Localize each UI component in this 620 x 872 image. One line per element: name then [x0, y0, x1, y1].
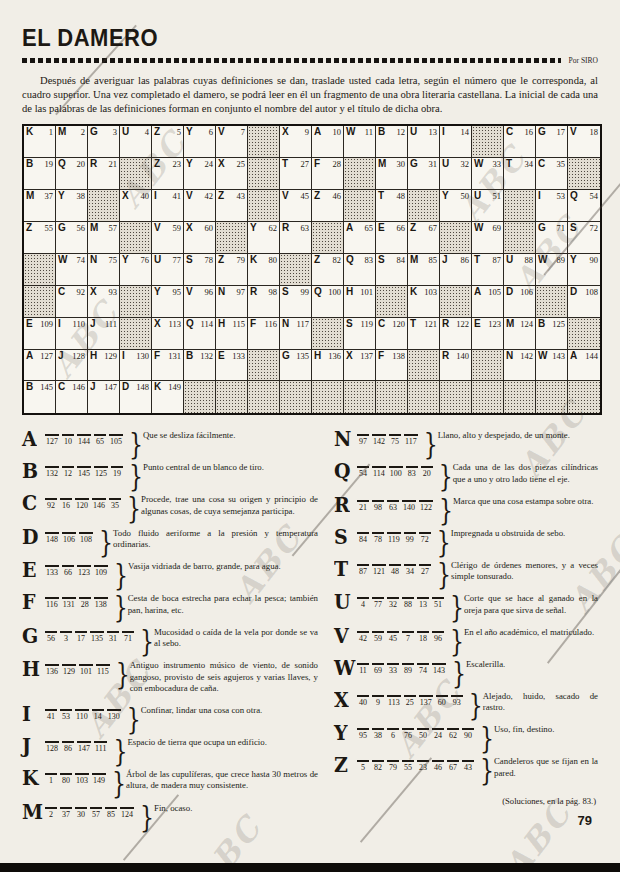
definitions: A1271014465105}Que se desliza fácilmente…	[22, 428, 598, 832]
answer-blank[interactable]: 9	[372, 695, 384, 707]
grid-cell-Y95[interactable]: Y95	[152, 286, 184, 318]
grid-cell-H136[interactable]: H136	[312, 350, 344, 382]
grid-cell-Z23[interactable]: Z23	[152, 158, 184, 190]
answer-blank[interactable]: 67	[447, 760, 459, 772]
grid-cell-V7[interactable]: V7	[216, 126, 248, 158]
cell-letter: X	[90, 287, 97, 297]
answer-blank[interactable]: 66	[62, 565, 74, 577]
grid-cell-C146[interactable]: C146	[56, 381, 88, 413]
grid-cell-M85[interactable]: M85	[408, 254, 440, 286]
answer-blank[interactable]: 103	[75, 773, 89, 785]
grid-cell-E133[interactable]: E133	[216, 350, 248, 382]
answer-blank[interactable]: 121	[372, 564, 386, 576]
grid-cell-T27[interactable]: T27	[280, 158, 312, 190]
answer-blank[interactable]: 111	[94, 741, 107, 753]
cell-letter: T	[474, 255, 480, 265]
grid-cell-A105[interactable]: A105	[472, 286, 504, 318]
grid-cell-T87[interactable]: T87	[472, 254, 504, 286]
answer-blank[interactable]: 21	[357, 500, 369, 512]
answer-blank[interactable]: 123	[77, 565, 91, 577]
answer-blank[interactable]: 110	[75, 709, 89, 721]
grid-cell-H115[interactable]: H115	[216, 318, 248, 350]
grid-block-cell	[440, 286, 472, 318]
answer-blank[interactable]: 131	[62, 597, 76, 609]
answer-blank[interactable]: 117	[404, 434, 418, 446]
grid-cell-K149[interactable]: K149	[152, 381, 184, 413]
definition-blanks: 47732881351	[357, 591, 447, 611]
answer-blank[interactable]: 27	[419, 564, 431, 576]
answer-blank[interactable]: 56	[45, 631, 57, 643]
grid-cell-N117[interactable]: N117	[280, 318, 312, 350]
grid-cell-X25[interactable]: X25	[216, 158, 248, 190]
grid-cell-U77[interactable]: U77	[152, 254, 184, 286]
grid-cell-T121[interactable]: T121	[408, 318, 440, 350]
cell-number: 55	[45, 224, 54, 233]
grid-cell-Z79[interactable]: Z79	[216, 254, 248, 286]
answer-blank[interactable]: 132	[45, 466, 59, 478]
answer-blank[interactable]: 37	[60, 807, 72, 819]
cell-letter: X	[346, 351, 353, 361]
cell-number: 6	[209, 128, 213, 137]
answer-blank[interactable]: 80	[60, 773, 72, 785]
grid-cell-M57[interactable]: M57	[88, 222, 120, 254]
answer-blank[interactable]: 124	[120, 807, 134, 819]
grid-cell-U51[interactable]: U51	[472, 190, 504, 222]
answer-blank[interactable]: 85	[105, 807, 117, 819]
cell-number: 106	[520, 288, 533, 297]
answer-blank[interactable]: 12	[62, 466, 74, 478]
grid-cell-J111[interactable]: J111	[88, 318, 120, 350]
cell-letter: E	[26, 319, 33, 329]
cell-letter: H	[218, 319, 225, 329]
grid-cell-X60[interactable]: X60	[184, 222, 216, 254]
grid-block-cell	[312, 222, 344, 254]
grid-cell-F116[interactable]: F116	[248, 318, 280, 350]
answer-blank[interactable]: 10	[62, 434, 74, 446]
grid-cell-W69[interactable]: W69	[472, 222, 504, 254]
grid-cell-D106[interactable]: D106	[504, 286, 536, 318]
grid-cell-F28[interactable]: F28	[312, 158, 344, 190]
answer-blank[interactable]: 35	[109, 498, 121, 510]
answer-blank[interactable]: 57	[90, 807, 102, 819]
cell-number: 145	[40, 383, 53, 392]
answer-blank[interactable]: 109	[94, 565, 108, 577]
answer-blank[interactable]: 135	[90, 631, 104, 643]
grid-block-cell	[440, 222, 472, 254]
grid-block-cell	[408, 190, 440, 222]
cell-letter: M	[506, 319, 514, 329]
answer-blank[interactable]: 147	[77, 741, 91, 753]
answer-blank[interactable]: 28	[79, 597, 91, 609]
cell-letter: U	[506, 255, 513, 265]
answer-blank[interactable]: 97	[357, 434, 369, 446]
grid-cell-X9[interactable]: X9	[280, 126, 312, 158]
grid-cell-J128[interactable]: J128	[56, 350, 88, 382]
grid-cell-I53[interactable]: I53	[536, 190, 568, 222]
cell-letter: M	[26, 191, 34, 201]
cell-number: 125	[552, 320, 565, 329]
grid-cell-C92[interactable]: C92	[56, 286, 88, 318]
answer-blank[interactable]: 74	[417, 663, 429, 675]
grid-cell-R98[interactable]: R98	[248, 286, 280, 318]
answer-blank[interactable]: 108	[79, 532, 93, 544]
grid-cell-Z67[interactable]: Z67	[408, 222, 440, 254]
grid-cell-G135[interactable]: G135	[280, 350, 312, 382]
answer-blank[interactable]: 24	[432, 728, 444, 740]
answer-blank[interactable]: 113	[387, 695, 401, 707]
answer-blank[interactable]: 6	[387, 728, 399, 740]
grid-cell-Q114[interactable]: Q114	[184, 318, 216, 350]
answer-blank[interactable]: 115	[96, 664, 110, 676]
grid-cell-J147[interactable]: J147	[88, 381, 120, 413]
grid-cell-W33[interactable]: W33	[472, 158, 504, 190]
definition-clue: Procede, trae una cosa su origen y princ…	[141, 492, 318, 517]
grid-cell-C35[interactable]: C35	[536, 158, 568, 190]
grid-cell-A10[interactable]: A10	[312, 126, 344, 158]
answer-blank[interactable]: 34	[404, 564, 416, 576]
grid-cell-B132[interactable]: B132	[184, 350, 216, 382]
grid-cell-G71[interactable]: G71	[536, 222, 568, 254]
cell-number: 138	[392, 352, 405, 361]
answer-blank[interactable]: 93	[451, 695, 463, 707]
grid-cell-F138[interactable]: F138	[376, 350, 408, 382]
answer-blank[interactable]: 75	[389, 434, 401, 446]
answer-blank[interactable]: 119	[387, 532, 401, 544]
answer-blank[interactable]: 76	[402, 728, 414, 740]
answer-blank[interactable]: 140	[402, 500, 416, 512]
cell-number: 18	[590, 128, 599, 137]
grid-block-cell	[312, 318, 344, 350]
grid-cell-A144[interactable]: A144	[568, 350, 600, 382]
answer-blank[interactable]: 136	[45, 664, 59, 676]
grid-cell-K103[interactable]: K103	[408, 286, 440, 318]
grid-cell-Q20[interactable]: Q20	[56, 158, 88, 190]
definition-brace: }	[439, 460, 450, 491]
grid-cell-R122[interactable]: R122	[440, 318, 472, 350]
grid-cell-K80[interactable]: K80	[248, 254, 280, 286]
answer-blank[interactable]: 145	[77, 466, 91, 478]
grid-cell-T48[interactable]: T48	[376, 190, 408, 222]
answer-blank[interactable]: 55	[402, 760, 414, 772]
grid-cell-I14[interactable]: I14	[440, 126, 472, 158]
answer-blank[interactable]: 87	[357, 564, 369, 576]
grid-cell-Z43[interactable]: Z43	[216, 190, 248, 222]
answer-blank[interactable]: 122	[419, 500, 433, 512]
answer-blank[interactable]: 65	[94, 434, 106, 446]
grid-cell-B125[interactable]: B125	[536, 318, 568, 350]
answer-blank[interactable]: 16	[60, 498, 72, 510]
answer-blank[interactable]: 143	[432, 663, 446, 675]
grid-cell-V45[interactable]: V45	[280, 190, 312, 222]
answer-blank[interactable]: 127	[45, 434, 59, 446]
grid-cell-I130[interactable]: I130	[120, 350, 152, 382]
cell-number: 24	[205, 160, 214, 169]
grid-cell-U88[interactable]: U88	[504, 254, 536, 286]
answer-blank[interactable]: 142	[372, 434, 386, 446]
cell-letter: B	[538, 319, 545, 329]
answer-blank[interactable]: 5	[357, 760, 369, 772]
grid-cell-Z46[interactable]: Z46	[312, 190, 344, 222]
cell-number: 65	[365, 224, 374, 233]
grid-cell-Z5[interactable]: Z5	[152, 126, 184, 158]
grid-cell-S72[interactable]: S72	[568, 222, 600, 254]
answer-blank[interactable]: 18	[417, 631, 429, 643]
grid-cell-E66[interactable]: E66	[376, 222, 408, 254]
answer-blank[interactable]: 105	[109, 434, 123, 446]
grid-cell-W11[interactable]: W11	[344, 126, 376, 158]
answer-blank[interactable]: 128	[45, 741, 59, 753]
cell-number: 84	[397, 256, 406, 265]
grid-cell-N75[interactable]: N75	[88, 254, 120, 286]
answer-blank[interactable]: 62	[447, 728, 459, 740]
cell-letter: W	[474, 223, 483, 233]
answer-blank[interactable]: 88	[402, 597, 414, 609]
answer-blank[interactable]: 48	[389, 564, 401, 576]
grid-cell-S84[interactable]: S84	[376, 254, 408, 286]
answer-blank[interactable]: 40	[357, 695, 369, 707]
definition-clue: En el año académico, el matriculado.	[464, 625, 598, 638]
grid-cell-G3[interactable]: G3	[88, 126, 120, 158]
cell-letter: G	[58, 223, 66, 233]
answer-blank[interactable]: 133	[45, 565, 59, 577]
answer-blank[interactable]: 17	[75, 631, 87, 643]
answer-blank[interactable]: 95	[357, 728, 369, 740]
definition-clue: Punto central de un blanco de tiro.	[143, 460, 318, 473]
grid-cell-M124[interactable]: M124	[504, 318, 536, 350]
cell-number: 35	[557, 160, 566, 169]
answer-blank[interactable]: 148	[45, 532, 59, 544]
answer-blank[interactable]: 32	[387, 597, 399, 609]
grid-cell-Y6[interactable]: Y6	[184, 126, 216, 158]
grid-cell-M2[interactable]: M2	[56, 126, 88, 158]
cell-letter: X	[122, 191, 129, 201]
solutions-note: (Soluciones, en la pág. 83.)	[334, 796, 598, 806]
definition-letter: Q	[334, 460, 354, 480]
grid-cell-C16[interactable]: C16	[504, 126, 536, 158]
grid-cell-V59[interactable]: V59	[152, 222, 184, 254]
cell-letter: G	[538, 223, 546, 233]
answer-blank[interactable]: 144	[77, 434, 91, 446]
grid-cell-B145[interactable]: B145	[24, 381, 56, 413]
grid-cell-G56[interactable]: G56	[56, 222, 88, 254]
answer-blank[interactable]: 1	[45, 773, 57, 785]
answer-blank[interactable]: 54	[357, 466, 369, 478]
grid-cell-Q100[interactable]: Q100	[312, 286, 344, 318]
grid-cell-F131[interactable]: F131	[152, 350, 184, 382]
answer-blank[interactable]: 114	[372, 466, 386, 478]
grid-cell-V96[interactable]: V96	[184, 286, 216, 318]
definition-brace: }	[469, 689, 480, 720]
grid-cell-Y90[interactable]: Y90	[568, 254, 600, 286]
answer-blank[interactable]: 98	[372, 500, 384, 512]
cell-number: 67	[429, 224, 438, 233]
cell-letter: H	[346, 287, 353, 297]
grid-block-cell	[248, 190, 280, 222]
answer-blank[interactable]: 77	[372, 597, 384, 609]
answer-blank[interactable]: 90	[462, 728, 474, 740]
answer-blank[interactable]: 43	[462, 760, 474, 772]
cell-number: 122	[456, 320, 469, 329]
grid-cell-Y38[interactable]: Y38	[56, 190, 88, 222]
answer-blank[interactable]: 33	[387, 663, 399, 675]
answer-blank[interactable]: 2	[45, 807, 57, 819]
answer-blank[interactable]: 100	[389, 466, 403, 478]
grid-cell-W74[interactable]: W74	[56, 254, 88, 286]
grid-cell-R140[interactable]: R140	[440, 350, 472, 382]
answer-blank[interactable]: 149	[92, 773, 106, 785]
answer-blank[interactable]: 130	[107, 709, 121, 721]
grid-cell-S119[interactable]: S119	[344, 318, 376, 350]
grid-cell-N97[interactable]: N97	[216, 286, 248, 318]
answer-blank[interactable]: 20	[421, 466, 433, 478]
answer-blank[interactable]: 41	[45, 709, 57, 721]
grid-cell-M30[interactable]: M30	[376, 158, 408, 190]
grid-cell-N142[interactable]: N142	[504, 350, 536, 382]
grid-cell-V18[interactable]: V18	[568, 126, 600, 158]
answer-blank[interactable]: 31	[107, 631, 119, 643]
answer-blank[interactable]: 25	[404, 695, 416, 707]
grid-cell-D148[interactable]: D148	[120, 381, 152, 413]
answer-blank[interactable]: 51	[432, 597, 444, 609]
definition-blanks: 237305785124	[45, 801, 137, 821]
grid-cell-T34[interactable]: T34	[504, 158, 536, 190]
grid-cell-X137[interactable]: X137	[344, 350, 376, 382]
definition-entry-K: K180103149}Árbol de las cupulíferas, que…	[22, 767, 318, 792]
grid-cell-Y62[interactable]: Y62	[248, 222, 280, 254]
cell-number: 127	[40, 352, 53, 361]
answer-blank[interactable]: 13	[417, 597, 429, 609]
cell-number: 25	[237, 160, 246, 169]
answer-blank[interactable]: 63	[387, 500, 399, 512]
answer-blank[interactable]: 96	[432, 631, 444, 643]
grid-cell-Z55[interactable]: Z55	[24, 222, 56, 254]
answer-blank[interactable]: 99	[404, 532, 416, 544]
answer-blank[interactable]: 101	[79, 664, 93, 676]
grid-cell-W89[interactable]: W89	[536, 254, 568, 286]
answer-blank[interactable]: 106	[62, 532, 76, 544]
grid-cell-A127[interactable]: A127	[24, 350, 56, 382]
grid-cell-X93[interactable]: X93	[88, 286, 120, 318]
answer-blank[interactable]: 92	[45, 498, 57, 510]
cell-letter: S	[282, 287, 289, 297]
cell-letter: I	[122, 351, 125, 361]
grid-cell-E123[interactable]: E123	[472, 318, 504, 350]
cell-letter: H	[314, 351, 321, 361]
cell-number: 1	[49, 128, 53, 137]
grid-cell-E109[interactable]: E109	[24, 318, 56, 350]
grid-cell-G17[interactable]: G17	[536, 126, 568, 158]
grid-cell-Z82[interactable]: Z82	[312, 254, 344, 286]
answer-blank[interactable]: 146	[92, 498, 106, 510]
answer-blank[interactable]: 129	[62, 664, 76, 676]
grid-cell-W143[interactable]: W143	[536, 350, 568, 382]
answer-blank[interactable]: 69	[372, 663, 384, 675]
grid-cell-Y76[interactable]: Y76	[120, 254, 152, 286]
grid-block-cell	[408, 381, 440, 413]
definition-clue: Espacio de tierra que ocupa un edificio.	[127, 735, 318, 748]
grid-cell-U32[interactable]: U32	[440, 158, 472, 190]
answer-blank[interactable]: 4	[357, 597, 369, 609]
answer-blank[interactable]: 82	[372, 760, 384, 772]
grid-cell-R21[interactable]: R21	[88, 158, 120, 190]
grid-cell-U4[interactable]: U4	[120, 126, 152, 158]
answer-blank[interactable]: 30	[75, 807, 87, 819]
grid-cell-Q54[interactable]: Q54	[568, 190, 600, 222]
cell-number: 82	[333, 256, 342, 265]
answer-blank[interactable]: 138	[94, 597, 108, 609]
grid-cell-A65[interactable]: A65	[344, 222, 376, 254]
answer-blank[interactable]: 125	[94, 466, 108, 478]
answer-blank[interactable]: 84	[357, 532, 369, 544]
answer-blank[interactable]: 59	[372, 631, 384, 643]
grid-cell-U13[interactable]: U13	[408, 126, 440, 158]
answer-blank[interactable]: 116	[45, 597, 59, 609]
definition-entry-M: M237305785124}Fin, ocaso.	[22, 801, 318, 824]
definition-letter: K	[22, 767, 42, 787]
grid-cell-I110[interactable]: I110	[56, 318, 88, 350]
cell-number: 78	[205, 256, 214, 265]
answer-blank[interactable]: 79	[387, 760, 399, 772]
grid-cell-Y24[interactable]: Y24	[184, 158, 216, 190]
answer-blank[interactable]: 19	[111, 466, 123, 478]
answer-blank[interactable]: 14	[92, 709, 104, 721]
answer-blank[interactable]: 46	[432, 760, 444, 772]
grid-cell-C120[interactable]: C120	[376, 318, 408, 350]
definition-entry-A: A1271014465105}Que se desliza fácilmente…	[22, 428, 318, 451]
answer-blank[interactable]: 83	[406, 466, 418, 478]
grid-cell-J86[interactable]: J86	[440, 254, 472, 286]
grid-cell-Q83[interactable]: Q83	[344, 254, 376, 286]
grid-block-cell	[248, 126, 280, 158]
grid-cell-X113[interactable]: X113	[152, 318, 184, 350]
cell-letter: M	[378, 159, 386, 169]
answer-blank[interactable]: 72	[419, 532, 431, 544]
grid-cell-Y50[interactable]: Y50	[440, 190, 472, 222]
grid-cell-S78[interactable]: S78	[184, 254, 216, 286]
grid-cell-S99[interactable]: S99	[280, 286, 312, 318]
cell-number: 96	[205, 288, 214, 297]
answer-blank[interactable]: 78	[372, 532, 384, 544]
grid-cell-H101[interactable]: H101	[344, 286, 376, 318]
answer-blank[interactable]: 42	[357, 631, 369, 643]
answer-blank[interactable]: 137	[419, 695, 433, 707]
grid-cell-I41[interactable]: I41	[152, 190, 184, 222]
answer-blank[interactable]: 86	[62, 741, 74, 753]
grid-cell-R63[interactable]: R63	[280, 222, 312, 254]
grid-cell-G31[interactable]: G31	[408, 158, 440, 190]
grid-cell-D108[interactable]: D108	[568, 286, 600, 318]
grid-cell-M37[interactable]: M37	[24, 190, 56, 222]
answer-blank[interactable]: 120	[75, 498, 89, 510]
answer-blank[interactable]: 38	[372, 728, 384, 740]
answer-blank[interactable]: 71	[122, 631, 134, 643]
answer-blank[interactable]: 45	[387, 631, 399, 643]
answer-blank[interactable]: 89	[402, 663, 414, 675]
grid-cell-B12[interactable]: B12	[376, 126, 408, 158]
answer-blank[interactable]: 50	[417, 728, 429, 740]
answer-blank[interactable]: 53	[60, 709, 72, 721]
grid-cell-V42[interactable]: V42	[184, 190, 216, 222]
grid-cell-X40[interactable]: X40	[120, 190, 152, 222]
grid-cell-K1[interactable]: K1	[24, 126, 56, 158]
grid-cell-B19[interactable]: B19	[24, 158, 56, 190]
answer-blank[interactable]: 11	[357, 663, 369, 675]
answer-blank[interactable]: 60	[436, 695, 448, 707]
answer-blank[interactable]: 23	[417, 760, 429, 772]
answer-blank[interactable]: 7	[402, 631, 414, 643]
grid-cell-H129[interactable]: H129	[88, 350, 120, 382]
answer-blank[interactable]: 3	[60, 631, 72, 643]
